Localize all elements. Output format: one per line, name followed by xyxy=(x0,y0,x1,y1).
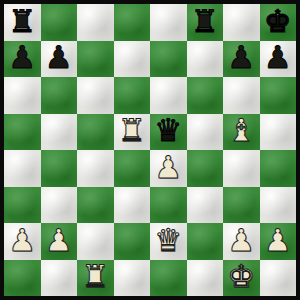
square-d8[interactable] xyxy=(114,4,151,41)
square-c7[interactable] xyxy=(77,41,114,78)
white-rook-piece: ♜ xyxy=(81,261,109,292)
square-h3[interactable] xyxy=(260,187,297,224)
square-b4[interactable] xyxy=(41,150,78,187)
square-f4[interactable] xyxy=(187,150,224,187)
square-b6[interactable] xyxy=(41,77,78,114)
square-g1[interactable]: ♚ xyxy=(223,260,260,297)
square-f5[interactable] xyxy=(187,114,224,151)
square-a6[interactable] xyxy=(4,77,41,114)
square-a1[interactable] xyxy=(4,260,41,297)
white-pawn-piece: ♟ xyxy=(264,225,292,256)
square-e7[interactable] xyxy=(150,41,187,78)
white-pawn-piece: ♟ xyxy=(154,152,182,183)
square-a4[interactable] xyxy=(4,150,41,187)
square-b7[interactable]: ♟ xyxy=(41,41,78,78)
square-g6[interactable] xyxy=(223,77,260,114)
square-c5[interactable] xyxy=(77,114,114,151)
square-b3[interactable] xyxy=(41,187,78,224)
black-king-piece: ♚ xyxy=(264,6,292,37)
square-a2[interactable]: ♟ xyxy=(4,223,41,260)
white-bishop-piece: ♝ xyxy=(227,115,255,146)
white-pawn-piece: ♟ xyxy=(45,225,73,256)
chess-board-frame: ♜♜♚♟♟♟♟♜♛♝♟♟♟♛♟♟♜♚ xyxy=(0,0,300,300)
square-e6[interactable] xyxy=(150,77,187,114)
square-b2[interactable]: ♟ xyxy=(41,223,78,260)
square-d4[interactable] xyxy=(114,150,151,187)
square-d6[interactable] xyxy=(114,77,151,114)
square-d5[interactable]: ♜ xyxy=(114,114,151,151)
square-g3[interactable] xyxy=(223,187,260,224)
square-g8[interactable] xyxy=(223,4,260,41)
square-c3[interactable] xyxy=(77,187,114,224)
white-king-piece: ♚ xyxy=(227,261,255,292)
square-h1[interactable] xyxy=(260,260,297,297)
square-a7[interactable]: ♟ xyxy=(4,41,41,78)
white-queen-piece: ♛ xyxy=(154,225,182,256)
white-pawn-piece: ♟ xyxy=(227,225,255,256)
square-h7[interactable]: ♟ xyxy=(260,41,297,78)
square-b1[interactable] xyxy=(41,260,78,297)
square-g5[interactable]: ♝ xyxy=(223,114,260,151)
square-h6[interactable] xyxy=(260,77,297,114)
square-d3[interactable] xyxy=(114,187,151,224)
square-b8[interactable] xyxy=(41,4,78,41)
square-c4[interactable] xyxy=(77,150,114,187)
square-e2[interactable]: ♛ xyxy=(150,223,187,260)
square-f7[interactable] xyxy=(187,41,224,78)
square-c2[interactable] xyxy=(77,223,114,260)
square-f1[interactable] xyxy=(187,260,224,297)
black-pawn-piece: ♟ xyxy=(45,42,73,73)
square-e3[interactable] xyxy=(150,187,187,224)
square-f2[interactable] xyxy=(187,223,224,260)
square-a8[interactable]: ♜ xyxy=(4,4,41,41)
square-h4[interactable] xyxy=(260,150,297,187)
square-g2[interactable]: ♟ xyxy=(223,223,260,260)
square-h5[interactable] xyxy=(260,114,297,151)
square-c6[interactable] xyxy=(77,77,114,114)
black-rook-piece: ♜ xyxy=(8,6,36,37)
square-d2[interactable] xyxy=(114,223,151,260)
white-rook-piece: ♜ xyxy=(118,115,146,146)
square-e4[interactable]: ♟ xyxy=(150,150,187,187)
square-f8[interactable]: ♜ xyxy=(187,4,224,41)
square-e5[interactable]: ♛ xyxy=(150,114,187,151)
square-d1[interactable] xyxy=(114,260,151,297)
square-d7[interactable] xyxy=(114,41,151,78)
square-b5[interactable] xyxy=(41,114,78,151)
square-a3[interactable] xyxy=(4,187,41,224)
black-pawn-piece: ♟ xyxy=(8,42,36,73)
chess-board: ♜♜♚♟♟♟♟♜♛♝♟♟♟♛♟♟♜♚ xyxy=(4,4,296,296)
white-pawn-piece: ♟ xyxy=(8,225,36,256)
black-rook-piece: ♜ xyxy=(191,6,219,37)
black-pawn-piece: ♟ xyxy=(264,42,292,73)
square-f3[interactable] xyxy=(187,187,224,224)
black-pawn-piece: ♟ xyxy=(227,42,255,73)
square-g4[interactable] xyxy=(223,150,260,187)
black-queen-piece: ♛ xyxy=(154,115,182,146)
square-g7[interactable]: ♟ xyxy=(223,41,260,78)
square-f6[interactable] xyxy=(187,77,224,114)
square-c1[interactable]: ♜ xyxy=(77,260,114,297)
square-a5[interactable] xyxy=(4,114,41,151)
square-h8[interactable]: ♚ xyxy=(260,4,297,41)
square-c8[interactable] xyxy=(77,4,114,41)
square-e8[interactable] xyxy=(150,4,187,41)
square-h2[interactable]: ♟ xyxy=(260,223,297,260)
square-e1[interactable] xyxy=(150,260,187,297)
